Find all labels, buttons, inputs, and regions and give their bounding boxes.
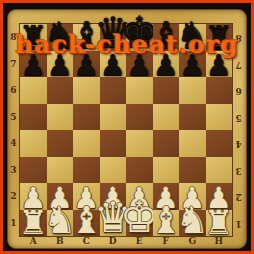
- square-g4[interactable]: [179, 130, 206, 157]
- rank-label-right-3: 3: [232, 157, 245, 184]
- square-d4[interactable]: [100, 130, 127, 157]
- rank-label-right-6: 6: [232, 77, 245, 104]
- square-d6[interactable]: [100, 77, 127, 104]
- square-g3[interactable]: [179, 157, 206, 184]
- file-label-b: B: [47, 236, 74, 247]
- square-e5[interactable]: [126, 104, 153, 131]
- square-c5[interactable]: [73, 104, 100, 131]
- square-g5[interactable]: [179, 104, 206, 131]
- rank-label-left-5: 5: [7, 104, 20, 131]
- file-label-g: G: [179, 236, 206, 247]
- square-h3[interactable]: [206, 157, 233, 184]
- rank-label-right-4: 4: [232, 130, 245, 157]
- file-label-h: H: [206, 236, 233, 247]
- square-f6[interactable]: [153, 77, 180, 104]
- square-b3[interactable]: [47, 157, 74, 184]
- square-a4[interactable]: [20, 130, 47, 157]
- square-g6[interactable]: [179, 77, 206, 104]
- rank-label-left-1: 1: [7, 210, 20, 237]
- square-h6[interactable]: [206, 77, 233, 104]
- white-rook-h1[interactable]: ♜: [204, 206, 234, 239]
- square-c6[interactable]: [73, 77, 100, 104]
- file-label-e: E: [126, 236, 153, 247]
- file-label-d: D: [100, 236, 127, 247]
- rank-label-right-2: 2: [232, 183, 245, 210]
- square-f5[interactable]: [153, 104, 180, 131]
- file-label-c: C: [73, 236, 100, 247]
- square-h1[interactable]: ♜: [206, 210, 233, 237]
- square-c4[interactable]: [73, 130, 100, 157]
- square-e6[interactable]: [126, 77, 153, 104]
- rank-label-left-2: 2: [7, 183, 20, 210]
- rank-label-right-1: 1: [232, 210, 245, 237]
- square-b6[interactable]: [47, 77, 74, 104]
- square-c3[interactable]: [73, 157, 100, 184]
- square-e3[interactable]: [126, 157, 153, 184]
- square-f4[interactable]: [153, 130, 180, 157]
- file-label-a: A: [20, 236, 47, 247]
- square-h5[interactable]: [206, 104, 233, 131]
- square-b5[interactable]: [47, 104, 74, 131]
- square-h4[interactable]: [206, 130, 233, 157]
- rank-label-left-3: 3: [7, 157, 20, 184]
- square-a3[interactable]: [20, 157, 47, 184]
- square-e4[interactable]: [126, 130, 153, 157]
- watermark-text: hack-cheat.org: [0, 30, 254, 59]
- square-a6[interactable]: [20, 77, 47, 104]
- square-b4[interactable]: [47, 130, 74, 157]
- file-label-f: F: [153, 236, 180, 247]
- square-f3[interactable]: [153, 157, 180, 184]
- square-g1[interactable]: ♞: [179, 210, 206, 237]
- square-d5[interactable]: [100, 104, 127, 131]
- rank-label-left-6: 6: [7, 77, 20, 104]
- rank-label-left-4: 4: [7, 130, 20, 157]
- rank-label-right-5: 5: [232, 104, 245, 131]
- square-a5[interactable]: [20, 104, 47, 131]
- square-d3[interactable]: [100, 157, 127, 184]
